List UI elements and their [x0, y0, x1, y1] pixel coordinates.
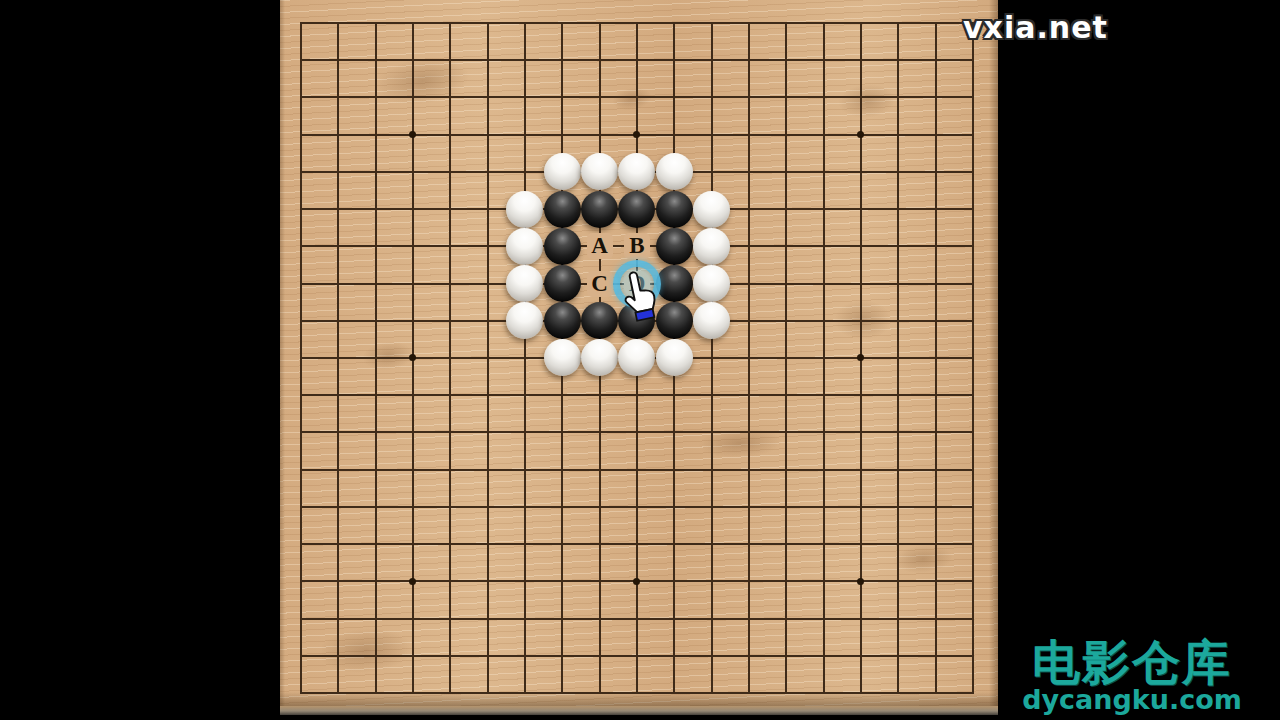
wood-grain-mark — [610, 85, 653, 114]
go-board[interactable]: ABCD — [280, 0, 998, 706]
hand-cursor-hand — [620, 269, 657, 314]
black-stone — [656, 191, 693, 228]
grid-line-vertical — [748, 22, 750, 694]
white-stone — [693, 265, 730, 302]
star-point — [409, 131, 416, 138]
wood-grain-mark — [317, 625, 415, 677]
star-point — [857, 354, 864, 361]
white-stone — [618, 339, 655, 376]
black-stone — [544, 302, 581, 339]
grid-line-vertical — [711, 22, 713, 694]
white-stone — [506, 228, 543, 265]
white-stone — [581, 339, 618, 376]
grid-line-horizontal — [300, 506, 974, 508]
point-label-b[interactable]: B — [624, 233, 650, 259]
watermark-vxia: vxia.net — [963, 10, 1108, 45]
grid-line-horizontal — [300, 655, 974, 657]
black-stone — [581, 191, 618, 228]
grid-line-horizontal — [300, 692, 974, 694]
black-stone — [656, 228, 693, 265]
grid-line-vertical — [897, 22, 899, 694]
video-frame: ABCD vxia.net 电影仓库 dycangku.com — [0, 0, 1280, 720]
star-point — [857, 131, 864, 138]
white-stone — [618, 153, 655, 190]
white-stone — [544, 339, 581, 376]
grid-line-vertical — [823, 22, 825, 694]
white-stone — [506, 265, 543, 302]
white-stone — [656, 153, 693, 190]
black-stone — [544, 265, 581, 302]
black-stone — [618, 191, 655, 228]
grid-line-horizontal — [300, 394, 974, 396]
black-stone — [656, 265, 693, 302]
grid-line-vertical — [972, 22, 974, 694]
white-stone — [581, 153, 618, 190]
white-stone — [506, 302, 543, 339]
grid-line-vertical — [935, 22, 937, 694]
grid-line-horizontal — [300, 469, 974, 471]
wood-grain-mark — [892, 542, 954, 575]
white-stone — [506, 191, 543, 228]
white-stone — [544, 153, 581, 190]
white-stone — [656, 339, 693, 376]
star-point — [633, 131, 640, 138]
star-point — [857, 578, 864, 585]
watermark-title: 电影仓库 — [1022, 638, 1242, 687]
point-label-a[interactable]: A — [587, 233, 613, 259]
white-stone — [693, 191, 730, 228]
white-stone — [693, 228, 730, 265]
star-point — [409, 578, 416, 585]
board-front-edge — [280, 706, 998, 715]
grid-line-vertical — [785, 22, 787, 694]
star-point — [633, 578, 640, 585]
black-stone — [544, 228, 581, 265]
watermark-url: dycangku.com — [1022, 686, 1242, 714]
black-stone — [544, 191, 581, 228]
grid-line-horizontal — [300, 543, 974, 545]
wood-grain-mark — [837, 82, 898, 121]
watermark-dycangku: 电影仓库 dycangku.com — [1022, 638, 1242, 714]
white-stone — [693, 302, 730, 339]
black-stone — [581, 302, 618, 339]
point-label-c[interactable]: C — [587, 271, 613, 297]
star-point — [409, 354, 416, 361]
grid-line-horizontal — [300, 431, 974, 433]
grid-line-horizontal — [300, 618, 974, 620]
